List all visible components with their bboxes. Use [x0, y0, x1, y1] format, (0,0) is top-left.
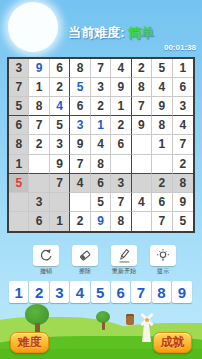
cell-r7c9[interactable]: 8	[173, 174, 193, 193]
cell-r2c9[interactable]: 6	[173, 78, 193, 97]
numpad-button-5[interactable]: 5	[91, 281, 110, 303]
cell-r4c2[interactable]: 7	[29, 116, 49, 135]
cell-r2c8[interactable]: 4	[152, 78, 172, 97]
numpad-button-6[interactable]: 6	[111, 281, 130, 303]
cell-r4c9[interactable]: 4	[173, 116, 193, 135]
cell-r9c8[interactable]: 7	[152, 212, 172, 231]
cell-r2c5[interactable]: 3	[91, 78, 111, 97]
game-timer: 00:01:38	[164, 43, 196, 52]
cell-r8c3[interactable]	[50, 193, 70, 212]
cell-r7c5[interactable]: 6	[91, 174, 111, 193]
tree-trunk	[102, 322, 105, 330]
cell-r1c6[interactable]: 4	[111, 59, 131, 78]
cell-r3c7[interactable]: 7	[132, 97, 152, 116]
toolbar: 撤销 擦除	[33, 245, 176, 274]
cell-r4c5[interactable]: 1	[91, 116, 111, 135]
difficulty-button[interactable]: 难度	[10, 332, 49, 353]
cell-r5c1[interactable]: 8	[9, 135, 29, 154]
cell-r1c1[interactable]: 3	[9, 59, 29, 78]
bulb-icon	[150, 245, 176, 266]
cell-r4c8[interactable]: 8	[152, 116, 172, 135]
cell-r7c7[interactable]	[132, 174, 152, 193]
cell-r9c6[interactable]: 8	[111, 212, 131, 231]
sudoku-board: 3968742517125398465846217936753129848239…	[7, 57, 195, 233]
cell-r1c9[interactable]: 1	[173, 59, 193, 78]
cell-r3c4[interactable]: 6	[70, 97, 90, 116]
cell-r8c1[interactable]	[9, 193, 29, 212]
cell-r7c4[interactable]: 4	[70, 174, 90, 193]
numpad: 123456789	[9, 281, 192, 303]
cell-r8c6[interactable]: 7	[111, 193, 131, 212]
cell-r3c9[interactable]: 3	[173, 97, 193, 116]
cell-r8c4[interactable]	[70, 193, 90, 212]
tree-small	[96, 311, 110, 330]
cell-r3c1[interactable]: 5	[9, 97, 29, 116]
cell-r9c2[interactable]: 6	[29, 212, 49, 231]
cell-r4c3[interactable]: 5	[50, 116, 70, 135]
cell-r9c5[interactable]: 9	[91, 212, 111, 231]
numpad-button-2[interactable]: 2	[29, 281, 48, 303]
cell-r5c7[interactable]	[132, 135, 152, 154]
cell-r2c1[interactable]: 7	[9, 78, 29, 97]
cell-r8c8[interactable]: 6	[152, 193, 172, 212]
cell-r9c1[interactable]	[9, 212, 29, 231]
cell-r7c1[interactable]: 5	[9, 174, 29, 193]
cell-r1c8[interactable]: 5	[152, 59, 172, 78]
hut	[126, 314, 134, 325]
sudoku-app: 当前难度:简单 00:01:38 39687425171253984658462…	[0, 0, 202, 359]
cell-r3c3[interactable]: 4	[50, 97, 70, 116]
cell-r5c8[interactable]: 1	[152, 135, 172, 154]
cell-r5c6[interactable]: 6	[111, 135, 131, 154]
cell-r6c5[interactable]: 8	[91, 155, 111, 174]
cell-r6c1[interactable]: 1	[9, 155, 29, 174]
pencil-icon	[111, 245, 137, 266]
hint-label: 提示	[157, 268, 169, 274]
cell-r7c6[interactable]: 3	[111, 174, 131, 193]
cell-r5c3[interactable]: 3	[50, 135, 70, 154]
restart-label: 重新开始	[112, 268, 136, 274]
cell-r6c2[interactable]	[29, 155, 49, 174]
cell-r5c5[interactable]: 4	[91, 135, 111, 154]
cell-r4c6[interactable]: 2	[111, 116, 131, 135]
erase-label: 擦除	[79, 268, 91, 274]
cell-r3c2[interactable]: 8	[29, 97, 49, 116]
cell-r5c9[interactable]: 7	[173, 135, 193, 154]
windmill-hub	[145, 318, 149, 322]
cell-r2c4[interactable]: 5	[70, 78, 90, 97]
cell-r8c2[interactable]: 3	[29, 193, 49, 212]
tree-canopy	[25, 304, 49, 325]
cell-r4c7[interactable]: 9	[132, 116, 152, 135]
numpad-button-1[interactable]: 1	[9, 281, 28, 303]
cell-r4c1[interactable]: 6	[9, 116, 29, 135]
cell-r8c5[interactable]: 5	[91, 193, 111, 212]
difficulty-value: 简单	[128, 25, 154, 40]
cell-r5c2[interactable]: 2	[29, 135, 49, 154]
cell-r3c6[interactable]: 1	[111, 97, 131, 116]
cell-r6c3[interactable]: 9	[50, 155, 70, 174]
achievement-button[interactable]: 成就	[153, 332, 192, 353]
tree-large	[25, 304, 49, 334]
cell-r3c8[interactable]: 9	[152, 97, 172, 116]
cell-r4c4[interactable]: 3	[70, 116, 90, 135]
hint-button[interactable]: 提示	[150, 245, 176, 274]
cell-r9c9[interactable]: 5	[173, 212, 193, 231]
numpad-button-4[interactable]: 4	[70, 281, 89, 303]
cell-r8c7[interactable]: 4	[132, 193, 152, 212]
cell-r6c4[interactable]: 7	[70, 155, 90, 174]
cell-r9c7[interactable]	[132, 212, 152, 231]
restart-button[interactable]: 重新开始	[111, 245, 137, 274]
cell-r2c2[interactable]: 1	[29, 78, 49, 97]
numpad-button-7[interactable]: 7	[131, 281, 150, 303]
numpad-button-3[interactable]: 3	[50, 281, 69, 303]
cell-r6c6[interactable]	[111, 155, 131, 174]
cell-r6c9[interactable]: 2	[173, 155, 193, 174]
cell-r2c3[interactable]: 2	[50, 78, 70, 97]
cell-r9c3[interactable]: 1	[50, 212, 70, 231]
cell-r7c8[interactable]: 2	[152, 174, 172, 193]
cell-r1c4[interactable]: 8	[70, 59, 90, 78]
cell-r5c4[interactable]: 9	[70, 135, 90, 154]
cell-r9c4[interactable]: 2	[70, 212, 90, 231]
numpad-button-8[interactable]: 8	[152, 281, 171, 303]
difficulty-header: 当前难度:简单	[0, 24, 202, 42]
undo-button[interactable]: 撤销	[33, 245, 59, 274]
undo-label: 撤销	[40, 268, 52, 274]
erase-button[interactable]: 擦除	[72, 245, 98, 274]
cell-r8c9[interactable]: 9	[173, 193, 193, 212]
cell-r3c5[interactable]: 2	[91, 97, 111, 116]
cell-r7c3[interactable]: 7	[50, 174, 70, 193]
numpad-button-9[interactable]: 9	[172, 281, 191, 303]
cell-r1c3[interactable]: 6	[50, 59, 70, 78]
undo-icon	[33, 245, 59, 266]
cell-r1c2[interactable]: 9	[29, 59, 49, 78]
cell-r1c5[interactable]: 7	[91, 59, 111, 78]
cell-r1c7[interactable]: 2	[132, 59, 152, 78]
cell-r6c7[interactable]	[132, 155, 152, 174]
cell-r2c6[interactable]: 9	[111, 78, 131, 97]
cell-r2c7[interactable]: 8	[132, 78, 152, 97]
difficulty-label: 当前难度:	[68, 25, 124, 40]
cell-r6c8[interactable]	[152, 155, 172, 174]
cell-r7c2[interactable]	[29, 174, 49, 193]
eraser-icon	[72, 245, 98, 266]
